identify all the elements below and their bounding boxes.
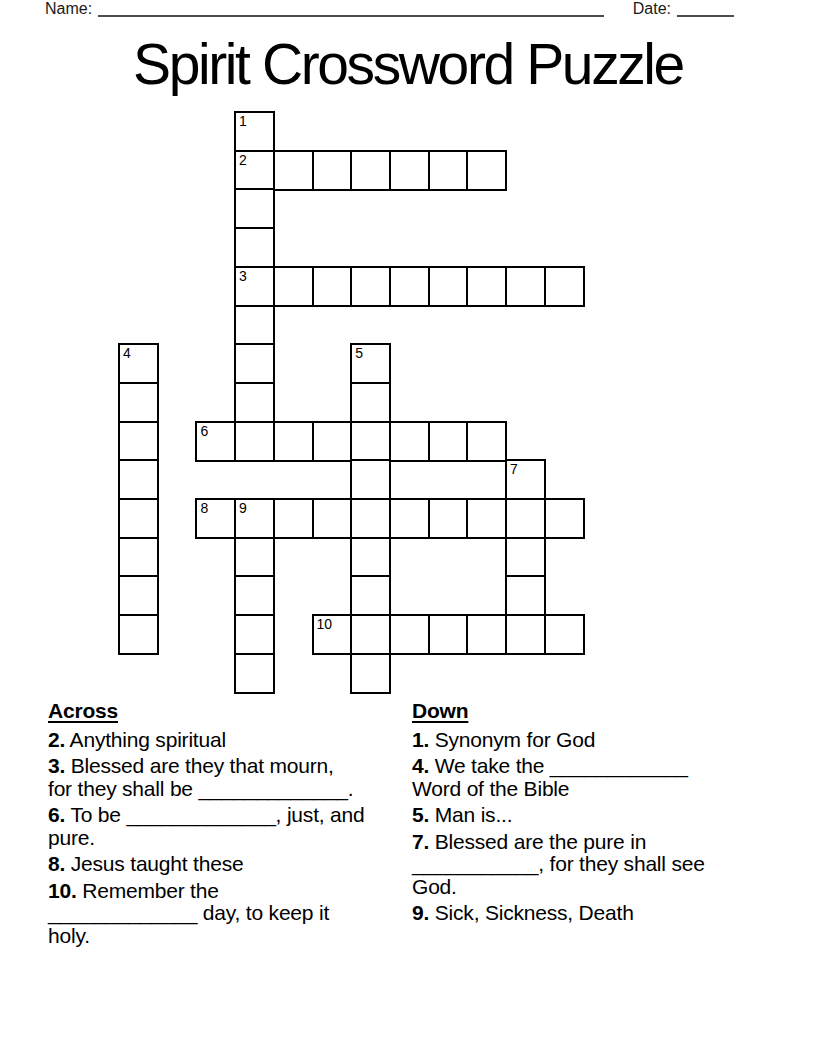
grid-number-3: 3 bbox=[239, 268, 247, 284]
grid-number-10: 10 bbox=[317, 616, 333, 632]
cell-r8c0[interactable] bbox=[118, 421, 159, 462]
across-clue-2: 2. Anything spiritual bbox=[48, 729, 408, 752]
cell-r10c5[interactable] bbox=[312, 498, 353, 539]
down-clue-4: 4. We take the ____________Word of the B… bbox=[412, 755, 772, 800]
cell-r12c6[interactable] bbox=[350, 575, 391, 616]
clue-number: 9. bbox=[412, 901, 429, 924]
cell-r4c5[interactable] bbox=[312, 266, 353, 307]
cell-r10c0[interactable] bbox=[118, 498, 159, 539]
cell-r8c2[interactable]: 6 bbox=[195, 421, 236, 462]
grid-number-8: 8 bbox=[200, 500, 208, 516]
clue-line: _____________ day, to keep it bbox=[48, 902, 408, 925]
grid-number-4: 4 bbox=[123, 345, 131, 361]
cell-r10c11[interactable] bbox=[544, 498, 585, 539]
grid-number-9: 9 bbox=[239, 500, 247, 516]
cell-r8c5[interactable] bbox=[312, 421, 353, 462]
clue-line: 1. Synonym for God bbox=[412, 729, 772, 752]
cell-r13c7[interactable] bbox=[389, 614, 430, 655]
across-clue-6: 6. To be _____________, just, andpure. bbox=[48, 804, 408, 849]
cell-r1c6[interactable] bbox=[350, 150, 391, 191]
grid-number-7: 7 bbox=[510, 461, 518, 477]
cell-r1c4[interactable] bbox=[273, 150, 314, 191]
grid-number-6: 6 bbox=[200, 423, 208, 439]
name-underline[interactable] bbox=[98, 1, 604, 17]
cell-r10c9[interactable] bbox=[466, 498, 507, 539]
cell-r6c6[interactable]: 5 bbox=[350, 343, 391, 384]
clue-line: Word of the Bible bbox=[412, 778, 772, 801]
cell-r1c8[interactable] bbox=[428, 150, 469, 191]
page-title: Spirit Crossword Puzzle bbox=[0, 31, 816, 97]
cell-r7c0[interactable] bbox=[118, 382, 159, 423]
across-clue-8: 8. Jesus taught these bbox=[48, 853, 408, 876]
cell-r10c2[interactable]: 8 bbox=[195, 498, 236, 539]
down-clue-7: 7. Blessed are the pure in___________, f… bbox=[412, 831, 772, 899]
grid-number-1: 1 bbox=[239, 113, 247, 129]
grid-number-5: 5 bbox=[355, 345, 363, 361]
cell-r4c3[interactable]: 3 bbox=[234, 266, 275, 307]
cell-r4c11[interactable] bbox=[544, 266, 585, 307]
cell-r11c0[interactable] bbox=[118, 537, 159, 578]
down-clues-section: Down1. Synonym for God4. We take the ___… bbox=[412, 700, 772, 929]
clue-line: 6. To be _____________, just, and bbox=[48, 804, 408, 827]
clue-number: 10. bbox=[48, 879, 77, 902]
cell-r1c5[interactable] bbox=[312, 150, 353, 191]
down-heading: Down bbox=[412, 700, 468, 723]
cell-r13c10[interactable] bbox=[505, 614, 546, 655]
across-heading: Across bbox=[48, 700, 118, 723]
cell-r4c6[interactable] bbox=[350, 266, 391, 307]
cell-r13c0[interactable] bbox=[118, 614, 159, 655]
cell-r6c0[interactable]: 4 bbox=[118, 343, 159, 384]
cell-r10c7[interactable] bbox=[389, 498, 430, 539]
clue-number: 4. bbox=[412, 754, 429, 777]
clue-number: 8. bbox=[48, 852, 65, 875]
clue-line: 10. Remember the bbox=[48, 880, 408, 903]
cell-r10c4[interactable] bbox=[273, 498, 314, 539]
cell-r12c10[interactable] bbox=[505, 575, 546, 616]
cell-r1c3[interactable]: 2 bbox=[234, 150, 275, 191]
cell-r1c9[interactable] bbox=[466, 150, 507, 191]
clue-line: God. bbox=[412, 876, 772, 899]
cell-r8c6[interactable] bbox=[350, 421, 391, 462]
cell-r9c0[interactable] bbox=[118, 459, 159, 500]
cell-r4c9[interactable] bbox=[466, 266, 507, 307]
clue-number: 3. bbox=[48, 754, 65, 777]
cell-r0c3[interactable]: 1 bbox=[234, 111, 275, 152]
cell-r4c8[interactable] bbox=[428, 266, 469, 307]
cell-r3c3[interactable] bbox=[234, 227, 275, 268]
down-clue-1: 1. Synonym for God bbox=[412, 729, 772, 752]
clue-line: for they shall be _____________. bbox=[48, 778, 408, 801]
cell-r10c6[interactable] bbox=[350, 498, 391, 539]
cell-r7c6[interactable] bbox=[350, 382, 391, 423]
cell-r11c6[interactable] bbox=[350, 537, 391, 578]
cell-r5c3[interactable] bbox=[234, 305, 275, 346]
clue-line: 3. Blessed are they that mourn, bbox=[48, 755, 408, 778]
cell-r8c7[interactable] bbox=[389, 421, 430, 462]
across-clue-3: 3. Blessed are they that mourn,for they … bbox=[48, 755, 408, 800]
cell-r9c10[interactable]: 7 bbox=[505, 459, 546, 500]
cell-r13c3[interactable] bbox=[234, 614, 275, 655]
cell-r8c8[interactable] bbox=[428, 421, 469, 462]
cell-r14c6[interactable] bbox=[350, 653, 391, 694]
cell-r8c9[interactable] bbox=[466, 421, 507, 462]
crossword-grid: 12345678910 bbox=[118, 111, 585, 694]
clue-line: ___________, for they shall see bbox=[412, 853, 772, 876]
clue-line: 9. Sick, Sickness, Death bbox=[412, 902, 772, 925]
cell-r8c3[interactable] bbox=[234, 421, 275, 462]
cell-r14c3[interactable] bbox=[234, 653, 275, 694]
clue-number: 5. bbox=[412, 803, 429, 826]
clue-number: 1. bbox=[412, 728, 429, 751]
cell-r13c9[interactable] bbox=[466, 614, 507, 655]
cell-r13c8[interactable] bbox=[428, 614, 469, 655]
down-clue-5: 5. Man is... bbox=[412, 804, 772, 827]
header-row: Name: Date: bbox=[45, 0, 734, 17]
clue-line: 2. Anything spiritual bbox=[48, 729, 408, 752]
cell-r10c8[interactable] bbox=[428, 498, 469, 539]
cell-r7c3[interactable] bbox=[234, 382, 275, 423]
clue-line: 8. Jesus taught these bbox=[48, 853, 408, 876]
clue-number: 2. bbox=[48, 728, 65, 751]
clue-number: 6. bbox=[48, 803, 65, 826]
clue-line: 4. We take the ____________ bbox=[412, 755, 772, 778]
cell-r4c7[interactable] bbox=[389, 266, 430, 307]
cell-r4c10[interactable] bbox=[505, 266, 546, 307]
cell-r10c10[interactable] bbox=[505, 498, 546, 539]
cell-r12c3[interactable] bbox=[234, 575, 275, 616]
date-label: Date: bbox=[633, 0, 671, 17]
name-label: Name: bbox=[45, 0, 92, 17]
down-clue-9: 9. Sick, Sickness, Death bbox=[412, 902, 772, 925]
clue-line: holy. bbox=[48, 925, 408, 948]
cell-r13c6[interactable] bbox=[350, 614, 391, 655]
cell-r9c6[interactable] bbox=[350, 459, 391, 500]
cell-r8c4[interactable] bbox=[273, 421, 314, 462]
cell-r13c11[interactable] bbox=[544, 614, 585, 655]
cell-r2c3[interactable] bbox=[234, 188, 275, 229]
clue-number: 7. bbox=[412, 830, 429, 853]
cell-r6c3[interactable] bbox=[234, 343, 275, 384]
cell-r12c0[interactable] bbox=[118, 575, 159, 616]
across-clues-section: Across2. Anything spiritual3. Blessed ar… bbox=[48, 700, 408, 951]
cell-r10c3[interactable]: 9 bbox=[234, 498, 275, 539]
cell-r11c3[interactable] bbox=[234, 537, 275, 578]
across-clue-10: 10. Remember the_____________ day, to ke… bbox=[48, 880, 408, 948]
date-underline[interactable] bbox=[677, 1, 734, 17]
grid-number-2: 2 bbox=[239, 152, 247, 168]
cell-r11c10[interactable] bbox=[505, 537, 546, 578]
cell-r1c7[interactable] bbox=[389, 150, 430, 191]
clue-line: 5. Man is... bbox=[412, 804, 772, 827]
clue-line: pure. bbox=[48, 827, 408, 850]
cell-r13c5[interactable]: 10 bbox=[312, 614, 353, 655]
cell-r4c4[interactable] bbox=[273, 266, 314, 307]
clue-line: 7. Blessed are the pure in bbox=[412, 831, 772, 854]
